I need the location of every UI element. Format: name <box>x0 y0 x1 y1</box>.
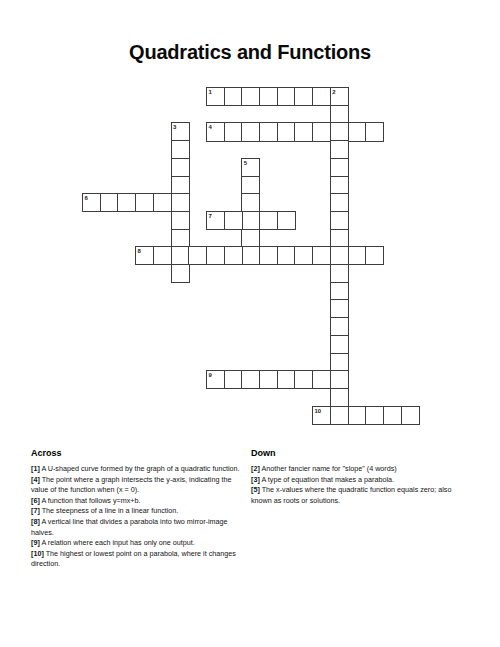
grid-cell[interactable] <box>241 87 260 106</box>
grid-cell[interactable] <box>312 370 331 389</box>
grid-cell[interactable] <box>171 140 190 159</box>
clue-item: [3] A type of equation that makes a para… <box>251 475 463 486</box>
clue-item-number: [7] <box>31 506 40 515</box>
grid-cell[interactable] <box>206 246 225 265</box>
clue-item-number: [3] <box>251 475 260 484</box>
grid-cell[interactable] <box>365 246 384 265</box>
clue-number: 5 <box>244 160 247 166</box>
grid-cell[interactable] <box>277 370 296 389</box>
clue-item-number: [2] <box>251 464 260 473</box>
grid-cell[interactable] <box>224 211 243 230</box>
grid-cell[interactable] <box>224 246 243 265</box>
grid-cell[interactable] <box>171 158 190 177</box>
down-clues-section: Down [2] Another fancier name for "slope… <box>251 448 463 506</box>
grid-cell[interactable] <box>330 122 349 141</box>
clue-item-number: [9] <box>31 538 40 547</box>
grid-cell[interactable] <box>153 193 172 212</box>
clue-number: 4 <box>208 124 211 130</box>
grid-cell[interactable] <box>171 264 190 283</box>
clue-item-number: [4] <box>31 475 40 484</box>
across-clues-list: [1] A U-shaped curve formed by the graph… <box>31 464 244 570</box>
clue-item: [9] A relation where each input has only… <box>31 538 244 549</box>
grid-cell[interactable] <box>259 211 278 230</box>
grid-cell[interactable] <box>259 122 278 141</box>
grid-cell[interactable]: 2 <box>330 87 349 106</box>
grid-cell[interactable] <box>171 246 190 265</box>
clue-item: [7] The steepness of a line in a linear … <box>31 506 244 517</box>
grid-cell[interactable] <box>330 264 349 283</box>
grid-cell[interactable] <box>330 335 349 354</box>
grid-cell[interactable] <box>241 229 260 248</box>
grid-cell[interactable] <box>312 246 331 265</box>
clue-number: 2 <box>332 89 335 95</box>
grid-cell[interactable]: 6 <box>82 193 101 212</box>
down-header: Down <box>251 448 463 458</box>
grid-cell[interactable] <box>224 122 243 141</box>
clue-number: 1 <box>208 89 211 95</box>
grid-cell[interactable] <box>330 388 349 407</box>
grid-cell[interactable] <box>383 406 402 425</box>
grid-cell[interactable] <box>294 246 313 265</box>
clue-number: 10 <box>315 408 321 414</box>
grid-cell[interactable] <box>348 122 367 141</box>
grid-cell[interactable] <box>241 122 260 141</box>
grid-cell[interactable] <box>224 370 243 389</box>
grid-cell[interactable] <box>330 229 349 248</box>
clue-item-number: [8] <box>31 517 40 526</box>
grid-cell[interactable] <box>330 353 349 372</box>
clue-item-number: [5] <box>251 485 260 494</box>
grid-cell[interactable] <box>277 87 296 106</box>
grid-cell[interactable]: 5 <box>241 158 260 177</box>
grid-cell[interactable] <box>330 317 349 336</box>
grid-cell[interactable] <box>241 193 260 212</box>
grid-cell[interactable] <box>117 193 136 212</box>
grid-cell[interactable] <box>171 229 190 248</box>
grid-cell[interactable] <box>259 87 278 106</box>
grid-cell[interactable] <box>330 140 349 159</box>
grid-cell[interactable] <box>348 406 367 425</box>
grid-cell[interactable] <box>277 246 296 265</box>
clue-item: [8] A vertical line that divides a parab… <box>31 517 244 538</box>
clue-item: [5] The x-values where the quadratic fun… <box>251 485 463 506</box>
grid-cell[interactable] <box>259 370 278 389</box>
grid-cell[interactable] <box>277 122 296 141</box>
grid-cell[interactable]: 9 <box>206 370 225 389</box>
grid-cell[interactable] <box>135 193 154 212</box>
grid-cell[interactable] <box>401 406 420 425</box>
grid-cell[interactable] <box>188 246 207 265</box>
grid-cell[interactable]: 10 <box>312 406 331 425</box>
clue-item-number: [1] <box>31 464 40 473</box>
grid-cell[interactable] <box>153 246 172 265</box>
grid-cell[interactable] <box>294 122 313 141</box>
grid-cell[interactable] <box>330 406 349 425</box>
grid-cell[interactable] <box>330 370 349 389</box>
grid-cell[interactable] <box>365 406 384 425</box>
clue-number: 7 <box>208 213 211 219</box>
clue-number: 3 <box>173 124 176 130</box>
across-clues-section: Across [1] A U-shaped curve formed by th… <box>31 448 244 570</box>
grid-cell[interactable] <box>171 211 190 230</box>
grid-cell[interactable] <box>330 158 349 177</box>
clue-number: 9 <box>208 372 211 378</box>
grid-cell[interactable] <box>330 193 349 212</box>
grid-cell[interactable]: 7 <box>206 211 225 230</box>
grid-cell[interactable] <box>241 370 260 389</box>
grid-cell[interactable] <box>330 176 349 195</box>
grid-cell[interactable] <box>312 87 331 106</box>
grid-cell[interactable]: 3 <box>171 122 190 141</box>
grid-cell[interactable] <box>241 211 260 230</box>
grid-cell[interactable] <box>330 105 349 124</box>
grid-cell[interactable] <box>330 282 349 301</box>
grid-cell[interactable] <box>259 246 278 265</box>
clue-number: 8 <box>138 248 141 254</box>
grid-cell[interactable] <box>330 299 349 318</box>
puzzle-title: Quadratics and Functions <box>0 41 500 64</box>
clue-item-number: [10] <box>31 549 44 558</box>
grid-cell[interactable] <box>224 87 243 106</box>
grid-cell[interactable] <box>294 370 313 389</box>
clue-item-number: [6] <box>31 496 40 505</box>
clue-number: 6 <box>85 195 88 201</box>
across-header: Across <box>31 448 244 458</box>
grid-cell[interactable] <box>348 246 367 265</box>
grid-cell[interactable] <box>330 211 349 230</box>
grid-cell[interactable]: 8 <box>135 246 154 265</box>
grid-cell[interactable]: 4 <box>206 122 225 141</box>
clue-item: [2] Another fancier name for "slope" (4 … <box>251 464 463 475</box>
grid-cell[interactable] <box>241 176 260 195</box>
clue-item: [6] A function that follows y=mx+b. <box>31 496 244 507</box>
grid-cell[interactable] <box>294 87 313 106</box>
grid-cell[interactable] <box>330 246 349 265</box>
grid-cell[interactable] <box>312 122 331 141</box>
grid-cell[interactable] <box>100 193 119 212</box>
clue-item: [4] The point where a graph intersects t… <box>31 475 244 496</box>
clue-item: [1] A U-shaped curve formed by the graph… <box>31 464 244 475</box>
grid-cell[interactable]: 1 <box>206 87 225 106</box>
grid-cell[interactable] <box>241 246 260 265</box>
down-clues-list: [2] Another fancier name for "slope" (4 … <box>251 464 463 506</box>
grid-cell[interactable] <box>171 193 190 212</box>
grid-cell[interactable] <box>171 176 190 195</box>
grid-cell[interactable] <box>277 211 296 230</box>
grid-cell[interactable] <box>365 122 384 141</box>
clue-item: [10] The highest or lowest point on a pa… <box>31 549 244 570</box>
